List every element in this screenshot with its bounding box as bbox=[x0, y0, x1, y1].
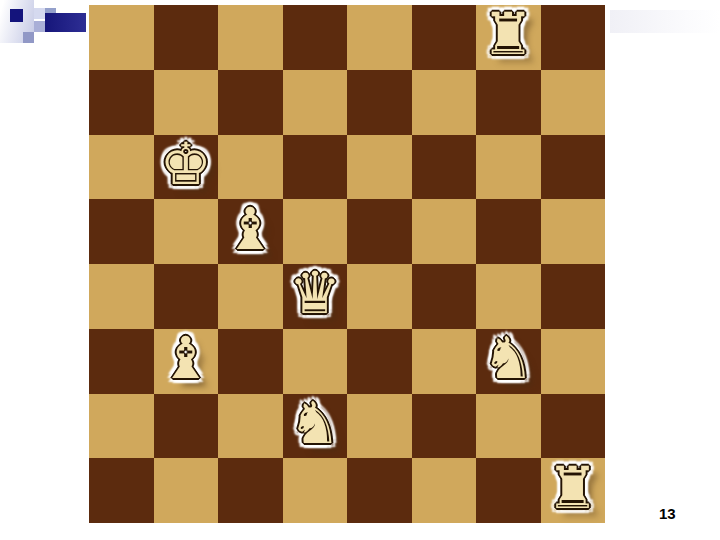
square-d5 bbox=[283, 199, 348, 264]
square-g5 bbox=[476, 199, 541, 264]
square-g1 bbox=[476, 458, 541, 523]
square-g6 bbox=[476, 135, 541, 200]
square-b7 bbox=[154, 70, 219, 135]
square-d7 bbox=[283, 70, 348, 135]
square-h3 bbox=[541, 329, 606, 394]
square-c2 bbox=[218, 394, 283, 459]
square-c4 bbox=[218, 264, 283, 329]
square-g8: ♜ bbox=[476, 5, 541, 70]
square-e5 bbox=[347, 199, 412, 264]
white-bishop-piece: ♝ bbox=[160, 329, 212, 387]
white-queen-piece: ♛ bbox=[289, 264, 341, 322]
slide-ornament-purple-square bbox=[23, 32, 34, 43]
square-d2: ♞ bbox=[283, 394, 348, 459]
square-f8 bbox=[412, 5, 477, 70]
slide-page-number: 13 bbox=[659, 505, 676, 522]
square-c7 bbox=[218, 70, 283, 135]
slide-ornament-gray-bar bbox=[610, 10, 720, 33]
square-b2 bbox=[154, 394, 219, 459]
square-h2 bbox=[541, 394, 606, 459]
square-h6 bbox=[541, 135, 606, 200]
chess-board: ♜♚♝♛♝♞♞♜ bbox=[89, 5, 605, 523]
square-a7 bbox=[89, 70, 154, 135]
square-c6 bbox=[218, 135, 283, 200]
white-king-piece: ♚ bbox=[160, 135, 212, 193]
square-f4 bbox=[412, 264, 477, 329]
square-f3 bbox=[412, 329, 477, 394]
square-b4 bbox=[154, 264, 219, 329]
square-d6 bbox=[283, 135, 348, 200]
square-e4 bbox=[347, 264, 412, 329]
square-d8 bbox=[283, 5, 348, 70]
square-b6: ♚ bbox=[154, 135, 219, 200]
square-b1 bbox=[154, 458, 219, 523]
square-e8 bbox=[347, 5, 412, 70]
square-a8 bbox=[89, 5, 154, 70]
square-d4: ♛ bbox=[283, 264, 348, 329]
square-f6 bbox=[412, 135, 477, 200]
square-e1 bbox=[347, 458, 412, 523]
square-h8 bbox=[541, 5, 606, 70]
slide-ornament-navy-bar bbox=[45, 13, 86, 32]
square-a2 bbox=[89, 394, 154, 459]
square-a6 bbox=[89, 135, 154, 200]
slide-ornament-lavender-square bbox=[34, 21, 45, 32]
square-f1 bbox=[412, 458, 477, 523]
square-g3: ♞ bbox=[476, 329, 541, 394]
slide-ornament-navy-square bbox=[10, 9, 23, 22]
square-a3 bbox=[89, 329, 154, 394]
square-h7 bbox=[541, 70, 606, 135]
square-a1 bbox=[89, 458, 154, 523]
white-rook-piece: ♜ bbox=[547, 459, 599, 517]
white-bishop-piece: ♝ bbox=[224, 200, 276, 258]
white-knight-piece: ♞ bbox=[482, 329, 534, 387]
square-h5 bbox=[541, 199, 606, 264]
square-b5 bbox=[154, 199, 219, 264]
square-b3: ♝ bbox=[154, 329, 219, 394]
square-g7 bbox=[476, 70, 541, 135]
square-a4 bbox=[89, 264, 154, 329]
square-g4 bbox=[476, 264, 541, 329]
square-a5 bbox=[89, 199, 154, 264]
square-e3 bbox=[347, 329, 412, 394]
square-f5 bbox=[412, 199, 477, 264]
square-c5: ♝ bbox=[218, 199, 283, 264]
square-c1 bbox=[218, 458, 283, 523]
square-e7 bbox=[347, 70, 412, 135]
square-e2 bbox=[347, 394, 412, 459]
square-b8 bbox=[154, 5, 219, 70]
square-h1: ♜ bbox=[541, 458, 606, 523]
slide-ornament-pale-square bbox=[34, 8, 45, 19]
square-f2 bbox=[412, 394, 477, 459]
square-e6 bbox=[347, 135, 412, 200]
square-g2 bbox=[476, 394, 541, 459]
square-d1 bbox=[283, 458, 348, 523]
square-f7 bbox=[412, 70, 477, 135]
square-h4 bbox=[541, 264, 606, 329]
white-rook-piece: ♜ bbox=[482, 5, 534, 63]
square-c8 bbox=[218, 5, 283, 70]
square-d3 bbox=[283, 329, 348, 394]
white-knight-piece: ♞ bbox=[289, 394, 341, 452]
square-c3 bbox=[218, 329, 283, 394]
